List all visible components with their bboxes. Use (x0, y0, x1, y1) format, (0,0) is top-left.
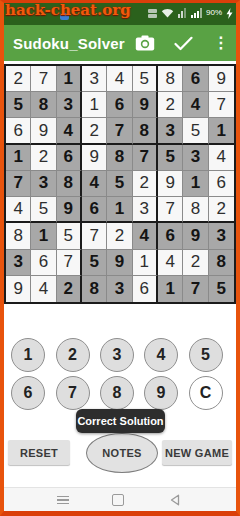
cell-r2c3[interactable]: 3 (57, 92, 82, 118)
charging-bolt-icon (226, 8, 233, 19)
cell-r1c9[interactable]: 9 (209, 66, 234, 92)
camera-icon[interactable] (134, 32, 156, 54)
cell-r9c7[interactable]: 1 (158, 276, 183, 302)
cell-r2c1[interactable]: 5 (6, 92, 31, 118)
cell-r8c1[interactable]: 3 (6, 250, 31, 276)
cell-r9c5[interactable]: 3 (107, 276, 132, 302)
battery-percent: 90% (206, 7, 222, 19)
cell-r4c4[interactable]: 9 (82, 145, 107, 171)
cell-r3c3[interactable]: 4 (57, 118, 82, 144)
signal-bars-icon (191, 8, 202, 18)
menu-icon[interactable] (48, 488, 78, 512)
cell-r3c2[interactable]: 9 (31, 118, 56, 144)
cell-r1c1[interactable]: 2 (6, 66, 31, 92)
cell-r3c1[interactable]: 6 (6, 118, 31, 144)
cell-r1c3[interactable]: 1 (57, 66, 82, 92)
app-bar: Sudoku_Solver ⋮ (0, 25, 240, 61)
cell-r3c6[interactable]: 8 (133, 118, 158, 144)
cell-r9c9[interactable]: 5 (209, 276, 234, 302)
cell-r3c9[interactable]: 1 (209, 118, 234, 144)
cell-r2c7[interactable]: 2 (158, 92, 183, 118)
cell-r7c6[interactable]: 4 (133, 223, 158, 249)
home-icon[interactable] (103, 488, 133, 512)
cell-r5c6[interactable]: 2 (133, 171, 158, 197)
keypad-row-1: 12345 (0, 338, 240, 372)
cell-r8c8[interactable]: 2 (183, 250, 208, 276)
cell-r5c2[interactable]: 3 (31, 171, 56, 197)
check-icon[interactable] (172, 32, 194, 54)
status-icon-cluster: 90% (148, 7, 233, 19)
cell-r1c8[interactable]: 6 (183, 66, 208, 92)
cell-r7c3[interactable]: 5 (57, 223, 82, 249)
cell-r8c2[interactable]: 6 (31, 250, 56, 276)
watermark: hack-cheat.org (5, 1, 131, 19)
cell-r4c6[interactable]: 7 (133, 145, 158, 171)
cell-r8c6[interactable]: 1 (133, 250, 158, 276)
app-title: Sudoku_Solver (13, 35, 125, 52)
cell-r6c3[interactable]: 9 (57, 197, 82, 223)
cell-r2c2[interactable]: 8 (31, 92, 56, 118)
cell-r3c8[interactable]: 5 (183, 118, 208, 144)
cell-r2c4[interactable]: 1 (82, 92, 107, 118)
key-c[interactable]: C (189, 376, 223, 410)
sudoku-grid: 2713458695831692476942783511269875347384… (4, 64, 236, 304)
cell-r4c8[interactable]: 3 (183, 145, 208, 171)
key-7[interactable]: 7 (56, 376, 90, 410)
cell-r4c1[interactable]: 1 (6, 145, 31, 171)
network-speed-icon (148, 9, 157, 18)
cell-r2c6[interactable]: 9 (133, 92, 158, 118)
cell-r4c2[interactable]: 2 (31, 145, 56, 171)
cell-r8c4[interactable]: 5 (82, 250, 107, 276)
cell-r7c8[interactable]: 9 (183, 223, 208, 249)
cell-r3c5[interactable]: 7 (107, 118, 132, 144)
cell-r2c9[interactable]: 7 (209, 92, 234, 118)
cell-r9c2[interactable]: 4 (31, 276, 56, 302)
cell-r8c9[interactable]: 8 (209, 250, 234, 276)
cell-r2c8[interactable]: 4 (183, 92, 208, 118)
wifi-icon (161, 8, 174, 18)
notes-button[interactable]: NOTES (86, 433, 158, 473)
cell-r6c5[interactable]: 1 (107, 197, 132, 223)
cell-r5c7[interactable]: 9 (158, 171, 183, 197)
cell-r7c2[interactable]: 1 (31, 223, 56, 249)
cell-r8c7[interactable]: 4 (158, 250, 183, 276)
key-1[interactable]: 1 (11, 338, 45, 372)
new-game-button[interactable]: NEW GAME (162, 440, 232, 465)
key-3[interactable]: 3 (100, 338, 134, 372)
cell-r5c4[interactable]: 4 (82, 171, 107, 197)
cell-r6c4[interactable]: 6 (82, 197, 107, 223)
toast: Correct Solution (76, 409, 165, 433)
cell-r9c6[interactable]: 6 (133, 276, 158, 302)
cell-r4c7[interactable]: 5 (158, 145, 183, 171)
cell-r1c4[interactable]: 3 (82, 66, 107, 92)
cell-r7c1[interactable]: 8 (6, 223, 31, 249)
sim-signal-icon (178, 8, 187, 18)
cell-r5c3[interactable]: 8 (57, 171, 82, 197)
reset-button[interactable]: RESET (8, 440, 70, 465)
cell-r5c8[interactable]: 1 (183, 171, 208, 197)
cell-r8c3[interactable]: 7 (57, 250, 82, 276)
key-5[interactable]: 5 (189, 338, 223, 372)
cell-r6c7[interactable]: 7 (158, 197, 183, 223)
cell-r7c5[interactable]: 2 (107, 223, 132, 249)
key-2[interactable]: 2 (56, 338, 90, 372)
key-8[interactable]: 8 (100, 376, 134, 410)
cell-r9c4[interactable]: 8 (82, 276, 107, 302)
cell-r7c4[interactable]: 7 (82, 223, 107, 249)
cell-r5c9[interactable]: 6 (209, 171, 234, 197)
keypad-row-2: 6789C (0, 376, 240, 410)
cell-r3c4[interactable]: 2 (82, 118, 107, 144)
cell-r2c5[interactable]: 6 (107, 92, 132, 118)
cell-r5c5[interactable]: 5 (107, 171, 132, 197)
key-9[interactable]: 9 (144, 376, 178, 410)
navigation-bar (0, 487, 240, 512)
cell-r3c7[interactable]: 3 (158, 118, 183, 144)
cell-r1c7[interactable]: 8 (158, 66, 183, 92)
cell-r1c5[interactable]: 4 (107, 66, 132, 92)
cell-r1c6[interactable]: 5 (133, 66, 158, 92)
cell-r9c3[interactable]: 2 (57, 276, 82, 302)
cell-r6c6[interactable]: 3 (133, 197, 158, 223)
back-icon[interactable] (160, 488, 190, 512)
cell-r6c9[interactable]: 2 (209, 197, 234, 223)
cell-r8c5[interactable]: 9 (107, 250, 132, 276)
cell-r1c2[interactable]: 7 (31, 66, 56, 92)
overflow-menu-icon[interactable]: ⋮ (210, 32, 232, 54)
cell-r4c3[interactable]: 6 (57, 145, 82, 171)
cell-r7c9[interactable]: 3 (209, 223, 234, 249)
key-4[interactable]: 4 (144, 338, 178, 372)
cell-r9c8[interactable]: 7 (183, 276, 208, 302)
cell-r6c2[interactable]: 5 (31, 197, 56, 223)
cell-r6c8[interactable]: 8 (183, 197, 208, 223)
cell-r4c5[interactable]: 8 (107, 145, 132, 171)
cell-r5c1[interactable]: 7 (6, 171, 31, 197)
cell-r4c9[interactable]: 4 (209, 145, 234, 171)
cell-r6c1[interactable]: 4 (6, 197, 31, 223)
cell-r7c7[interactable]: 6 (158, 223, 183, 249)
cell-r9c1[interactable]: 9 (6, 276, 31, 302)
key-6[interactable]: 6 (11, 376, 45, 410)
